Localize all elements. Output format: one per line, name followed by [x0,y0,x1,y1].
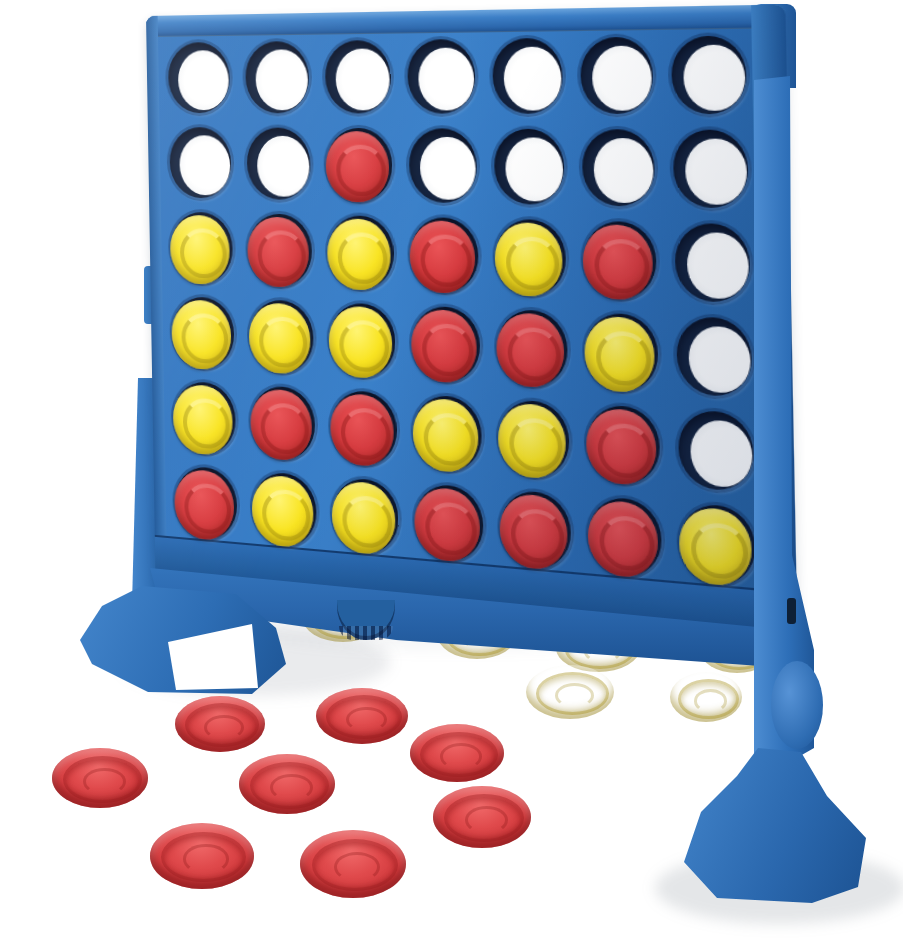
loose-red-disc-6[interactable] [433,786,531,848]
empty-hole-see-through [179,135,230,196]
red-disc-on-board [174,468,235,542]
hole-r3-c5 [495,219,566,297]
right-stand-foot [682,746,870,906]
base-gear-knob [337,600,395,640]
empty-hole-see-through [592,45,652,111]
hole-r1-c2 [245,41,309,113]
hole-r5-c5 [499,399,570,479]
empty-hole-see-through [419,136,476,200]
loose-red-disc-5[interactable] [239,754,335,814]
hole-r1-c3 [325,40,392,114]
yellow-disc-on-board [498,402,567,480]
empty-hole-see-through [685,138,748,205]
cell-r4-c4[interactable] [403,298,490,391]
hole-r1-c7 [671,36,747,115]
empty-hole-see-through [257,135,310,197]
cell-r1-c5[interactable] [483,30,572,121]
cell-r4-c6[interactable] [576,304,669,401]
cell-r6-c7[interactable] [670,494,766,596]
loose-yellow-disc-4[interactable] [526,665,614,719]
cell-r3-c4[interactable] [401,209,487,301]
cell-r2-c6[interactable] [572,121,664,214]
empty-hole-see-through [505,137,563,202]
loose-red-disc-1[interactable] [175,696,265,752]
cell-r1-c1[interactable] [160,35,238,121]
red-disc-on-board [409,220,476,294]
hole-r2-c6 [582,129,656,207]
hole-r3-c6 [583,221,657,300]
cell-r6-c2[interactable] [244,463,325,556]
yellow-disc-on-board [494,222,563,297]
red-disc-molding [444,794,524,842]
cell-r5-c2[interactable] [243,377,324,469]
cell-r1-c4[interactable] [398,31,484,121]
empty-hole-see-through [683,44,746,111]
loose-red-disc-4[interactable] [52,748,148,808]
hole-r3-c7 [674,223,750,303]
hole-r2-c1 [169,127,231,199]
hole-r6-c1 [175,465,238,541]
empty-hole-see-through [690,418,753,489]
cell-r5-c1[interactable] [166,373,245,463]
red-disc-on-board [414,486,481,564]
hole-r4-c5 [497,309,568,388]
cell-r3-c6[interactable] [574,213,666,308]
cell-r2-c5[interactable] [485,121,574,213]
red-disc-on-board [586,407,657,486]
empty-hole-see-through [593,138,653,204]
right-hinge-knob [771,661,823,749]
hole-r6-c3 [332,477,399,556]
hole-r2-c4 [409,128,478,203]
hole-r3-c4 [410,217,479,293]
yellow-disc-on-board [327,218,391,291]
hole-r1-c5 [492,38,563,114]
loose-red-disc-2[interactable] [316,688,408,744]
board-grid [160,28,766,596]
hole-r4-c2 [249,299,314,374]
hole-r1-c6 [580,37,653,114]
cell-r5-c7[interactable] [668,401,764,501]
hole-r2-c3 [326,128,393,202]
hole-r6-c4 [415,483,484,563]
hole-r2-c5 [494,129,565,205]
right-stand-pillar [754,76,816,766]
cell-r5-c3[interactable] [322,382,406,475]
cell-r2-c2[interactable] [238,120,319,207]
hole-r3-c1 [171,212,233,285]
cell-r5-c5[interactable] [490,391,580,487]
red-disc-on-board [582,224,653,301]
red-disc-molding [161,832,246,883]
red-disc-molding [312,839,399,891]
cell-r3-c5[interactable] [486,211,575,304]
red-disc-molding [63,756,142,803]
hole-r2-c2 [246,128,310,201]
cell-r1-c7[interactable] [661,28,757,123]
yellow-disc-on-board [328,305,392,379]
red-disc-on-board [411,309,478,384]
red-disc-on-board [499,492,568,571]
cell-r3-c7[interactable] [665,215,761,312]
empty-hole-see-through [418,47,474,111]
red-disc-on-board [250,388,312,462]
empty-hole-see-through [178,50,229,111]
hole-r4-c4 [412,306,481,384]
hole-r4-c6 [585,312,659,392]
empty-hole-see-through [503,46,561,111]
loose-red-disc-7[interactable] [150,823,254,889]
yellow-disc-on-board [171,299,231,371]
yellow-disc-molding [536,672,609,715]
red-disc-molding [420,732,497,777]
red-disc-on-board [247,216,309,288]
hole-r4-c7 [676,316,752,398]
empty-hole-see-through [335,48,390,110]
yellow-disc-on-board [584,316,655,394]
hole-r5-c2 [251,385,316,461]
yellow-disc-on-board [331,480,396,556]
red-disc-on-board [587,499,658,580]
cell-r5-c4[interactable] [405,386,492,481]
cell-r2-c1[interactable] [161,120,239,206]
empty-hole-see-through [255,49,308,110]
cell-r3-c3[interactable] [319,208,403,298]
cell-r3-c1[interactable] [163,204,242,291]
cell-r2-c7[interactable] [663,122,759,217]
hole-r2-c7 [673,130,749,209]
empty-hole-see-through [686,232,749,300]
cell-r6-c6[interactable] [579,488,672,588]
yellow-disc-on-board [248,302,310,375]
red-disc-on-board [330,393,394,468]
cell-r6-c4[interactable] [406,475,493,571]
hole-r6-c2 [252,471,317,548]
yellow-disc-on-board [679,506,753,588]
hole-r5-c7 [678,409,754,492]
cell-r4-c3[interactable] [321,295,405,387]
cell-r3-c2[interactable] [240,206,321,295]
cell-r1-c6[interactable] [571,29,663,122]
cell-r6-c3[interactable] [324,469,408,564]
hole-r3-c2 [248,213,312,287]
red-disc-molding [326,695,402,739]
hole-r3-c3 [328,215,395,290]
cell-r2-c4[interactable] [400,121,486,211]
cell-r4-c2[interactable] [241,292,322,382]
hole-r5-c1 [174,381,237,456]
empty-hole-see-through [688,325,751,394]
yellow-disc-on-board [412,397,479,473]
red-disc-molding [250,762,329,809]
hole-r5-c4 [413,394,482,473]
cell-r1-c3[interactable] [316,32,400,120]
yellow-disc-on-board [251,474,313,549]
connect-four-board [146,4,798,644]
cell-r2-c3[interactable] [318,121,402,210]
yellow-disc-molding [678,679,739,719]
cell-r4-c1[interactable] [164,289,243,378]
cell-r6-c1[interactable] [167,458,246,549]
cell-r5-c6[interactable] [577,396,670,494]
hole-r4-c1 [172,296,235,370]
hole-r1-c1 [168,42,230,113]
hole-r6-c7 [680,503,756,587]
red-disc-molding [185,703,259,747]
loose-red-disc-3[interactable] [410,724,504,782]
connect-four-scene [0,0,903,941]
cell-r4-c5[interactable] [488,301,577,396]
hole-r4-c3 [329,302,396,378]
cell-r1-c2[interactable] [237,34,318,121]
loose-yellow-disc-5[interactable] [670,672,742,722]
hole-r6-c5 [500,489,571,570]
cell-r4-c7[interactable] [667,308,763,406]
red-disc-on-board [496,312,565,389]
yellow-disc-on-board [170,215,230,286]
hole-r6-c6 [588,496,662,579]
cell-r6-c5[interactable] [491,481,581,579]
right-pillar-slot [787,598,796,624]
hole-r5-c3 [331,390,398,467]
red-disc-on-board [325,131,389,203]
yellow-disc-on-board [173,384,233,457]
hole-r1-c4 [407,39,476,114]
loose-red-disc-8[interactable] [300,830,406,898]
hole-r5-c6 [587,404,661,486]
